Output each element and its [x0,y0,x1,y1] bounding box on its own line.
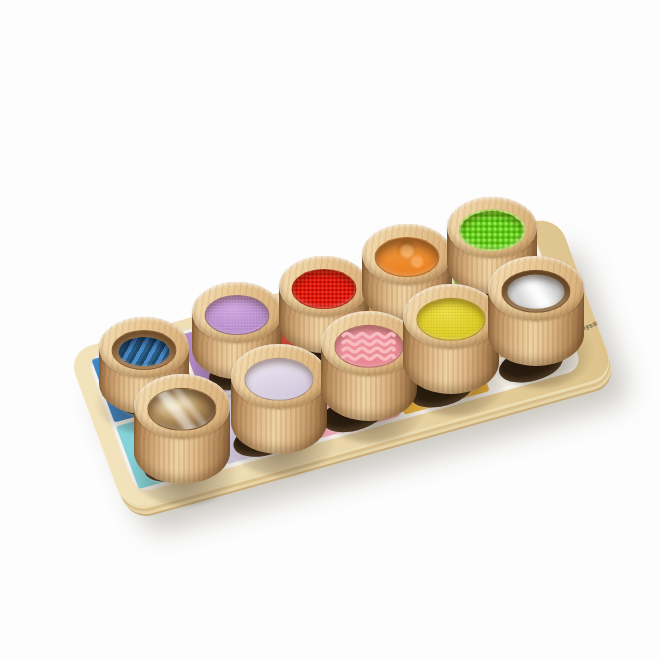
texture-blue-rods [112,330,177,370]
scene: { "game": "Bigjigs Toys wooden sensory m… [0,0,660,660]
cylinder-mirror[interactable] [488,256,584,366]
texture-red-mesh [292,269,357,309]
cylinder-white-smooth[interactable] [231,344,327,454]
cylinder-rim-wood [362,224,452,285]
cylinder-rim-wood [99,317,189,378]
cylinder-rim-wood [134,374,230,439]
cylinder-rim-wood [488,256,584,321]
recessed-surface [118,337,170,366]
texture-mirror [501,270,570,312]
cylinder-rim-wood [279,256,369,317]
texture-yellow-felt [416,298,485,340]
pieces-layer [0,0,660,660]
texture-green-nubs [459,209,526,251]
recessed-surface [508,275,564,309]
texture-purple-felt [205,295,270,335]
texture-pink-waves [334,325,403,367]
wave-ridges-icon [341,330,397,362]
cylinder-rim-wood [231,344,327,409]
cylinder-clear-lens[interactable] [134,374,230,484]
cylinder-rim-wood [447,197,537,258]
texture-white-smooth [244,358,313,400]
texture-clear-lens [147,388,216,430]
texture-orange-bumps [375,237,440,277]
cylinder-rim-wood [192,282,282,343]
